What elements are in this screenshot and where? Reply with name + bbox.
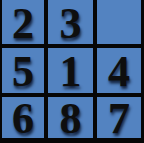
- tile-r2c0[interactable]: 6: [2, 97, 44, 138]
- tile-r1c0[interactable]: 5: [2, 48, 44, 93]
- tile-r2c2[interactable]: 7: [97, 97, 141, 138]
- tile-r2c1[interactable]: 8: [48, 97, 93, 138]
- empty-cell-r0c2: [97, 0, 141, 44]
- tile-r0c1[interactable]: 3: [48, 0, 93, 44]
- tile-r1c2[interactable]: 4: [97, 48, 141, 93]
- tile-r1c1[interactable]: 1: [48, 48, 93, 93]
- sliding-puzzle-board: 2 3 5 1 4 6 8 7: [0, 0, 144, 143]
- tile-r0c0[interactable]: 2: [2, 0, 44, 44]
